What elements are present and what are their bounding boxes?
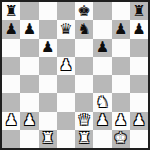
square-h2[interactable]: ♟ bbox=[130, 112, 148, 130]
square-h7[interactable]: ♟ bbox=[130, 20, 148, 38]
square-b3[interactable] bbox=[20, 93, 38, 111]
square-h1[interactable] bbox=[130, 130, 148, 148]
square-c3[interactable] bbox=[39, 93, 57, 111]
piece-white-pawn[interactable]: ♟ bbox=[114, 113, 127, 128]
square-e4[interactable] bbox=[75, 75, 93, 93]
square-d5[interactable]: ♟ bbox=[57, 57, 75, 75]
square-a1[interactable] bbox=[2, 130, 20, 148]
square-g3[interactable] bbox=[112, 93, 130, 111]
square-f2[interactable]: ♟ bbox=[93, 112, 111, 130]
piece-white-pawn[interactable]: ♟ bbox=[59, 58, 72, 73]
square-b4[interactable] bbox=[20, 75, 38, 93]
square-a5[interactable] bbox=[2, 57, 20, 75]
square-g6[interactable] bbox=[112, 39, 130, 57]
square-a8[interactable]: ♜ bbox=[2, 2, 20, 20]
square-b8[interactable] bbox=[20, 2, 38, 20]
square-b6[interactable] bbox=[20, 39, 38, 57]
square-c8[interactable] bbox=[39, 2, 57, 20]
square-a2[interactable]: ♟ bbox=[2, 112, 20, 130]
square-e6[interactable] bbox=[75, 39, 93, 57]
square-b2[interactable]: ♟ bbox=[20, 112, 38, 130]
piece-white-rook[interactable]: ♜ bbox=[41, 131, 54, 146]
square-f1[interactable] bbox=[93, 130, 111, 148]
piece-black-pawn[interactable]: ♟ bbox=[4, 22, 17, 37]
square-e7[interactable]: ♞ bbox=[75, 20, 93, 38]
piece-black-pawn[interactable]: ♟ bbox=[96, 40, 109, 55]
square-d7[interactable]: ♛ bbox=[57, 20, 75, 38]
piece-white-queen[interactable]: ♛ bbox=[77, 113, 90, 128]
square-a4[interactable] bbox=[2, 75, 20, 93]
square-a7[interactable]: ♟ bbox=[2, 20, 20, 38]
piece-black-knight[interactable]: ♞ bbox=[77, 22, 90, 37]
square-f6[interactable]: ♟ bbox=[93, 39, 111, 57]
square-f8[interactable] bbox=[93, 2, 111, 20]
piece-white-pawn[interactable]: ♟ bbox=[4, 113, 17, 128]
square-h8[interactable]: ♜ bbox=[130, 2, 148, 20]
square-e3[interactable] bbox=[75, 93, 93, 111]
square-g2[interactable]: ♟ bbox=[112, 112, 130, 130]
square-c7[interactable] bbox=[39, 20, 57, 38]
square-e1[interactable]: ♜ bbox=[75, 130, 93, 148]
square-d2[interactable] bbox=[57, 112, 75, 130]
square-g8[interactable] bbox=[112, 2, 130, 20]
square-c1[interactable]: ♜ bbox=[39, 130, 57, 148]
piece-black-king[interactable]: ♚ bbox=[77, 4, 90, 19]
square-c2[interactable] bbox=[39, 112, 57, 130]
piece-black-pawn[interactable]: ♟ bbox=[114, 22, 127, 37]
square-c6[interactable]: ♟ bbox=[39, 39, 57, 57]
square-a6[interactable] bbox=[2, 39, 20, 57]
square-a3[interactable] bbox=[2, 93, 20, 111]
piece-white-pawn[interactable]: ♟ bbox=[132, 113, 145, 128]
piece-white-rook[interactable]: ♜ bbox=[77, 131, 90, 146]
square-h3[interactable] bbox=[130, 93, 148, 111]
square-e8[interactable]: ♚ bbox=[75, 2, 93, 20]
square-b5[interactable] bbox=[20, 57, 38, 75]
square-d6[interactable] bbox=[57, 39, 75, 57]
square-c5[interactable] bbox=[39, 57, 57, 75]
square-e2[interactable]: ♛ bbox=[75, 112, 93, 130]
square-b7[interactable]: ♟ bbox=[20, 20, 38, 38]
square-f5[interactable] bbox=[93, 57, 111, 75]
square-g1[interactable]: ♚ bbox=[112, 130, 130, 148]
piece-white-pawn[interactable]: ♟ bbox=[23, 113, 36, 128]
square-d3[interactable] bbox=[57, 93, 75, 111]
piece-black-pawn[interactable]: ♟ bbox=[41, 40, 54, 55]
square-g5[interactable] bbox=[112, 57, 130, 75]
square-d4[interactable] bbox=[57, 75, 75, 93]
square-f4[interactable] bbox=[93, 75, 111, 93]
piece-black-rook[interactable]: ♜ bbox=[132, 4, 145, 19]
piece-black-pawn[interactable]: ♟ bbox=[132, 22, 145, 37]
piece-white-knight[interactable]: ♞ bbox=[96, 95, 109, 110]
piece-black-rook[interactable]: ♜ bbox=[4, 4, 17, 19]
square-f3[interactable]: ♞ bbox=[93, 93, 111, 111]
chess-board: ♜♚♜♟♟♛♞♟♟♟♟♟♞♟♟♛♟♟♟♜♜♚ bbox=[0, 0, 150, 150]
piece-white-pawn[interactable]: ♟ bbox=[96, 113, 109, 128]
square-g4[interactable] bbox=[112, 75, 130, 93]
piece-black-pawn[interactable]: ♟ bbox=[23, 22, 36, 37]
square-f7[interactable] bbox=[93, 20, 111, 38]
square-c4[interactable] bbox=[39, 75, 57, 93]
square-b1[interactable] bbox=[20, 130, 38, 148]
square-h5[interactable] bbox=[130, 57, 148, 75]
square-h4[interactable] bbox=[130, 75, 148, 93]
square-g7[interactable]: ♟ bbox=[112, 20, 130, 38]
piece-black-queen[interactable]: ♛ bbox=[59, 22, 72, 37]
square-d8[interactable] bbox=[57, 2, 75, 20]
square-h6[interactable] bbox=[130, 39, 148, 57]
piece-white-king[interactable]: ♚ bbox=[114, 131, 127, 146]
square-d1[interactable] bbox=[57, 130, 75, 148]
square-e5[interactable] bbox=[75, 57, 93, 75]
